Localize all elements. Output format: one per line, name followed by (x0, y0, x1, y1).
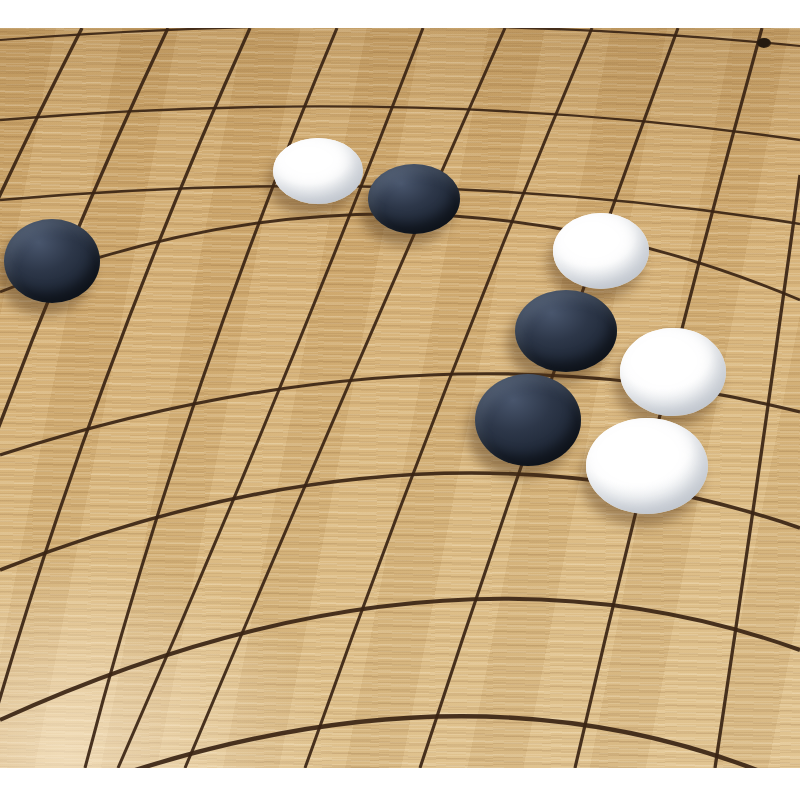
black-stone-j13[interactable] (4, 219, 100, 303)
grid-row-line (0, 599, 800, 720)
black-stone-p12[interactable] (515, 290, 617, 372)
white-stone-q11[interactable] (586, 418, 708, 514)
top-margin (0, 0, 800, 28)
grid-column-line (0, 28, 250, 768)
product-photo-frame (0, 0, 800, 800)
white-stone-m13[interactable] (273, 138, 363, 204)
grid-column-line (85, 28, 337, 768)
bottom-margin (0, 768, 800, 800)
white-stone-q12[interactable] (620, 328, 726, 416)
star-point-q16 (757, 38, 771, 48)
go-board-photo[interactable] (0, 28, 800, 768)
grid-row-line (0, 28, 800, 46)
white-stone-p13[interactable] (553, 213, 649, 289)
grid-column-line (715, 175, 800, 768)
black-stone-n13[interactable] (368, 164, 460, 234)
black-stone-p11[interactable] (475, 374, 581, 466)
